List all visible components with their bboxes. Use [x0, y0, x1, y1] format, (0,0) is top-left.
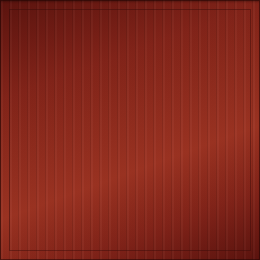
chess-board — [10, 10, 250, 250]
rank-labels — [0, 10, 10, 250]
file-labels — [10, 250, 250, 260]
chess-board-frame — [0, 0, 260, 260]
